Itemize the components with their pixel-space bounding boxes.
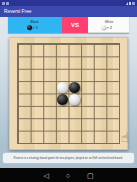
board-cell[interactable] (106, 44, 119, 56)
notification-icon (2, 2, 5, 5)
board-cell[interactable] (69, 56, 82, 68)
board-cell[interactable] (94, 56, 107, 68)
board-cell[interactable] (43, 44, 56, 56)
recents-icon[interactable]: ▢ (87, 172, 94, 179)
board-cell[interactable] (106, 131, 119, 143)
board-cell[interactable] (69, 69, 82, 81)
board-cell[interactable] (43, 118, 56, 130)
board-cell[interactable] (31, 44, 44, 56)
board-cell[interactable] (69, 118, 82, 130)
board-cell[interactable] (81, 69, 94, 81)
black-disc-icon (27, 25, 32, 30)
board-cell[interactable] (81, 131, 94, 143)
android-nav-bar: ◁ ○ ▢ (0, 168, 137, 182)
stone-black (57, 94, 68, 105)
stone-white (69, 94, 80, 105)
description-strip: Reversi is a strategy board game for two… (3, 153, 134, 163)
description-text: Reversi is a strategy board game for two… (14, 157, 123, 160)
white-disc-icon (101, 25, 106, 30)
board-cell[interactable] (81, 94, 94, 106)
back-icon[interactable]: ◁ (43, 172, 48, 179)
board-cell[interactable] (43, 131, 56, 143)
black-count: × 2 (33, 25, 38, 29)
board-cell[interactable] (94, 94, 107, 106)
board-cell[interactable] (106, 106, 119, 118)
board-cell[interactable] (81, 106, 94, 118)
board-cell[interactable] (106, 56, 119, 68)
signal-icon (126, 2, 128, 5)
app-bar: Reversi Free (0, 6, 137, 17)
board-cell[interactable] (94, 118, 107, 130)
board-cell[interactable] (31, 81, 44, 93)
board-cell[interactable] (18, 81, 31, 93)
scoreboard: Black × 2 VS White × 2 (8, 17, 129, 33)
board-cell[interactable] (31, 94, 44, 106)
board-cells (18, 44, 119, 143)
board-cell[interactable] (18, 94, 31, 106)
vs-badge: VS (62, 17, 88, 33)
board-cell[interactable] (56, 131, 69, 143)
board-cell[interactable] (81, 44, 94, 56)
board-cell[interactable] (56, 118, 69, 130)
board-cell[interactable] (94, 69, 107, 81)
board-cell[interactable] (43, 81, 56, 93)
board-cell[interactable] (18, 118, 31, 130)
board-cell[interactable] (31, 56, 44, 68)
board-cell[interactable] (56, 44, 69, 56)
board-cell[interactable] (81, 118, 94, 130)
board-cell[interactable] (106, 69, 119, 81)
black-label: Black (31, 21, 39, 23)
board-cell[interactable] (18, 69, 31, 81)
home-icon[interactable]: ○ (66, 172, 70, 179)
board-cell[interactable] (43, 106, 56, 118)
board-cell[interactable] (56, 94, 69, 106)
board-cell[interactable] (43, 56, 56, 68)
board-cell[interactable] (94, 81, 107, 93)
board-cell[interactable] (31, 106, 44, 118)
board-cell[interactable] (18, 56, 31, 68)
reversi-app-screen: Reversi Free Black × 2 VS White × 2 ☝ Re… (0, 0, 137, 182)
board-cell[interactable] (94, 131, 107, 143)
board-cell[interactable] (18, 131, 31, 143)
board-cell[interactable] (94, 44, 107, 56)
board-cell[interactable] (106, 94, 119, 106)
board-cell[interactable] (43, 69, 56, 81)
board-cell[interactable] (69, 131, 82, 143)
board-cell[interactable] (106, 81, 119, 93)
stone-black (69, 82, 80, 93)
board-cell[interactable] (81, 56, 94, 68)
board-cell[interactable] (56, 56, 69, 68)
board-cell[interactable] (56, 106, 69, 118)
board-cell[interactable] (18, 106, 31, 118)
board-grid (17, 43, 120, 144)
board-cell[interactable] (81, 81, 94, 93)
notification-icon (6, 2, 9, 5)
board-cell[interactable] (69, 106, 82, 118)
app-title: Reversi Free (4, 9, 31, 14)
vs-label: VS (71, 22, 79, 29)
clock-icon (132, 2, 135, 5)
white-label: White (104, 21, 113, 23)
board-cell[interactable] (69, 44, 82, 56)
board-cell[interactable] (106, 118, 119, 130)
black-score-panel: Black × 2 (8, 17, 62, 33)
board-cell[interactable] (69, 94, 82, 106)
white-score-panel: White × 2 (88, 17, 129, 33)
board-cell[interactable] (94, 106, 107, 118)
board-cell[interactable] (56, 81, 69, 93)
stone-white (57, 82, 68, 93)
white-count: × 2 (107, 25, 112, 29)
board-cell[interactable] (56, 69, 69, 81)
tap-hand-icon: ☝ (121, 131, 129, 144)
board-cell[interactable] (69, 81, 82, 93)
battery-icon (129, 2, 131, 5)
board-cell[interactable] (43, 94, 56, 106)
reversi-board[interactable] (9, 37, 128, 150)
board-cell[interactable] (31, 131, 44, 143)
board-cell[interactable] (31, 118, 44, 130)
board-cell[interactable] (18, 44, 31, 56)
board-cell[interactable] (31, 69, 44, 81)
